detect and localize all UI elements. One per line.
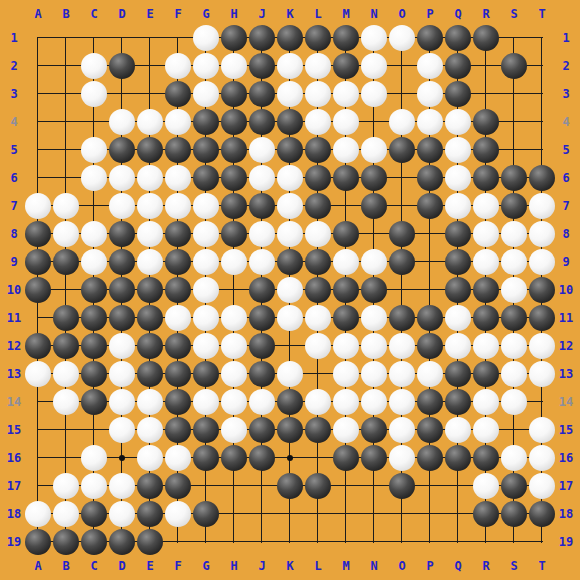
- intersection-T4[interactable]: [528, 108, 556, 136]
- intersection-R18[interactable]: [472, 500, 500, 528]
- intersection-Q17[interactable]: [444, 472, 472, 500]
- intersection-S4[interactable]: [500, 108, 528, 136]
- intersection-C12[interactable]: [80, 332, 108, 360]
- intersection-C14[interactable]: [80, 388, 108, 416]
- intersection-R14[interactable]: [472, 388, 500, 416]
- intersection-L4[interactable]: [304, 108, 332, 136]
- intersection-Q9[interactable]: [444, 248, 472, 276]
- intersection-J12[interactable]: [248, 332, 276, 360]
- intersection-T15[interactable]: [528, 416, 556, 444]
- intersection-O16[interactable]: [388, 444, 416, 472]
- intersection-B18[interactable]: [52, 500, 80, 528]
- intersection-N7[interactable]: [360, 192, 388, 220]
- intersection-L17[interactable]: [304, 472, 332, 500]
- intersection-S3[interactable]: [500, 80, 528, 108]
- intersection-P8[interactable]: [416, 220, 444, 248]
- intersection-G19[interactable]: [192, 528, 220, 556]
- intersection-M10[interactable]: [332, 276, 360, 304]
- intersection-G6[interactable]: [192, 164, 220, 192]
- intersection-M5[interactable]: [332, 136, 360, 164]
- intersection-F18[interactable]: [164, 500, 192, 528]
- intersection-N17[interactable]: [360, 472, 388, 500]
- intersection-H19[interactable]: [220, 528, 248, 556]
- intersection-R16[interactable]: [472, 444, 500, 472]
- intersection-O19[interactable]: [388, 528, 416, 556]
- intersection-R5[interactable]: [472, 136, 500, 164]
- intersection-D16[interactable]: [108, 444, 136, 472]
- intersection-M18[interactable]: [332, 500, 360, 528]
- intersection-K4[interactable]: [276, 108, 304, 136]
- intersection-O5[interactable]: [388, 136, 416, 164]
- intersection-T14[interactable]: [528, 388, 556, 416]
- intersection-E9[interactable]: [136, 248, 164, 276]
- intersection-R17[interactable]: [472, 472, 500, 500]
- intersection-K19[interactable]: [276, 528, 304, 556]
- intersection-O14[interactable]: [388, 388, 416, 416]
- intersection-G17[interactable]: [192, 472, 220, 500]
- intersection-E5[interactable]: [136, 136, 164, 164]
- intersection-R10[interactable]: [472, 276, 500, 304]
- intersection-L10[interactable]: [304, 276, 332, 304]
- intersection-G9[interactable]: [192, 248, 220, 276]
- intersection-L12[interactable]: [304, 332, 332, 360]
- intersection-A11[interactable]: [24, 304, 52, 332]
- intersection-L5[interactable]: [304, 136, 332, 164]
- intersection-G12[interactable]: [192, 332, 220, 360]
- intersection-P18[interactable]: [416, 500, 444, 528]
- intersection-B3[interactable]: [52, 80, 80, 108]
- intersection-R15[interactable]: [472, 416, 500, 444]
- intersection-A19[interactable]: [24, 528, 52, 556]
- intersection-R3[interactable]: [472, 80, 500, 108]
- intersection-A6[interactable]: [24, 164, 52, 192]
- intersection-T12[interactable]: [528, 332, 556, 360]
- intersection-L6[interactable]: [304, 164, 332, 192]
- intersection-N12[interactable]: [360, 332, 388, 360]
- intersection-B4[interactable]: [52, 108, 80, 136]
- intersection-O17[interactable]: [388, 472, 416, 500]
- intersection-C1[interactable]: [80, 24, 108, 52]
- intersection-A13[interactable]: [24, 360, 52, 388]
- intersection-S11[interactable]: [500, 304, 528, 332]
- intersection-O11[interactable]: [388, 304, 416, 332]
- intersection-B17[interactable]: [52, 472, 80, 500]
- intersection-N10[interactable]: [360, 276, 388, 304]
- intersection-Q12[interactable]: [444, 332, 472, 360]
- intersection-A14[interactable]: [24, 388, 52, 416]
- intersection-E8[interactable]: [136, 220, 164, 248]
- intersection-E17[interactable]: [136, 472, 164, 500]
- intersection-B7[interactable]: [52, 192, 80, 220]
- intersection-O2[interactable]: [388, 52, 416, 80]
- intersection-R12[interactable]: [472, 332, 500, 360]
- intersection-T11[interactable]: [528, 304, 556, 332]
- intersection-J10[interactable]: [248, 276, 276, 304]
- intersection-F17[interactable]: [164, 472, 192, 500]
- intersection-F13[interactable]: [164, 360, 192, 388]
- intersection-E2[interactable]: [136, 52, 164, 80]
- intersection-P4[interactable]: [416, 108, 444, 136]
- intersection-S15[interactable]: [500, 416, 528, 444]
- intersection-D4[interactable]: [108, 108, 136, 136]
- intersection-K17[interactable]: [276, 472, 304, 500]
- intersection-D18[interactable]: [108, 500, 136, 528]
- intersection-K1[interactable]: [276, 24, 304, 52]
- intersection-L7[interactable]: [304, 192, 332, 220]
- intersection-D5[interactable]: [108, 136, 136, 164]
- intersection-Q2[interactable]: [444, 52, 472, 80]
- intersection-L15[interactable]: [304, 416, 332, 444]
- intersection-F10[interactable]: [164, 276, 192, 304]
- intersection-F11[interactable]: [164, 304, 192, 332]
- intersection-Q8[interactable]: [444, 220, 472, 248]
- intersection-P12[interactable]: [416, 332, 444, 360]
- intersection-N11[interactable]: [360, 304, 388, 332]
- intersection-H12[interactable]: [220, 332, 248, 360]
- intersection-K16[interactable]: [276, 444, 304, 472]
- intersection-T6[interactable]: [528, 164, 556, 192]
- intersection-T2[interactable]: [528, 52, 556, 80]
- intersection-J5[interactable]: [248, 136, 276, 164]
- intersection-Q13[interactable]: [444, 360, 472, 388]
- intersection-T9[interactable]: [528, 248, 556, 276]
- intersection-H14[interactable]: [220, 388, 248, 416]
- intersection-R11[interactable]: [472, 304, 500, 332]
- intersection-P3[interactable]: [416, 80, 444, 108]
- intersection-H7[interactable]: [220, 192, 248, 220]
- intersection-K18[interactable]: [276, 500, 304, 528]
- intersection-J19[interactable]: [248, 528, 276, 556]
- intersection-M8[interactable]: [332, 220, 360, 248]
- intersection-O4[interactable]: [388, 108, 416, 136]
- intersection-D7[interactable]: [108, 192, 136, 220]
- intersection-D8[interactable]: [108, 220, 136, 248]
- intersection-N16[interactable]: [360, 444, 388, 472]
- intersection-F8[interactable]: [164, 220, 192, 248]
- intersection-B1[interactable]: [52, 24, 80, 52]
- intersection-F4[interactable]: [164, 108, 192, 136]
- intersection-L1[interactable]: [304, 24, 332, 52]
- intersection-D12[interactable]: [108, 332, 136, 360]
- intersection-C4[interactable]: [80, 108, 108, 136]
- intersection-T1[interactable]: [528, 24, 556, 52]
- intersection-R9[interactable]: [472, 248, 500, 276]
- intersection-O6[interactable]: [388, 164, 416, 192]
- intersection-E6[interactable]: [136, 164, 164, 192]
- intersection-J2[interactable]: [248, 52, 276, 80]
- intersection-O15[interactable]: [388, 416, 416, 444]
- intersection-A15[interactable]: [24, 416, 52, 444]
- intersection-F14[interactable]: [164, 388, 192, 416]
- intersection-B13[interactable]: [52, 360, 80, 388]
- intersection-H15[interactable]: [220, 416, 248, 444]
- intersection-P16[interactable]: [416, 444, 444, 472]
- intersection-A17[interactable]: [24, 472, 52, 500]
- intersection-P19[interactable]: [416, 528, 444, 556]
- intersection-L18[interactable]: [304, 500, 332, 528]
- intersection-C13[interactable]: [80, 360, 108, 388]
- intersection-L3[interactable]: [304, 80, 332, 108]
- intersection-D13[interactable]: [108, 360, 136, 388]
- intersection-N14[interactable]: [360, 388, 388, 416]
- intersection-Q1[interactable]: [444, 24, 472, 52]
- intersection-C3[interactable]: [80, 80, 108, 108]
- intersection-G1[interactable]: [192, 24, 220, 52]
- intersection-T18[interactable]: [528, 500, 556, 528]
- intersection-E4[interactable]: [136, 108, 164, 136]
- intersection-A8[interactable]: [24, 220, 52, 248]
- intersection-S17[interactable]: [500, 472, 528, 500]
- intersection-Q14[interactable]: [444, 388, 472, 416]
- intersection-M14[interactable]: [332, 388, 360, 416]
- intersection-T19[interactable]: [528, 528, 556, 556]
- intersection-G7[interactable]: [192, 192, 220, 220]
- intersection-O10[interactable]: [388, 276, 416, 304]
- intersection-B2[interactable]: [52, 52, 80, 80]
- intersection-A12[interactable]: [24, 332, 52, 360]
- intersection-O1[interactable]: [388, 24, 416, 52]
- intersection-M7[interactable]: [332, 192, 360, 220]
- intersection-C7[interactable]: [80, 192, 108, 220]
- intersection-B5[interactable]: [52, 136, 80, 164]
- intersection-G16[interactable]: [192, 444, 220, 472]
- intersection-R6[interactable]: [472, 164, 500, 192]
- intersection-R7[interactable]: [472, 192, 500, 220]
- intersection-K15[interactable]: [276, 416, 304, 444]
- intersection-H10[interactable]: [220, 276, 248, 304]
- intersection-H5[interactable]: [220, 136, 248, 164]
- intersection-C18[interactable]: [80, 500, 108, 528]
- intersection-G13[interactable]: [192, 360, 220, 388]
- intersection-E15[interactable]: [136, 416, 164, 444]
- intersection-K10[interactable]: [276, 276, 304, 304]
- intersection-N15[interactable]: [360, 416, 388, 444]
- intersection-R2[interactable]: [472, 52, 500, 80]
- intersection-Q19[interactable]: [444, 528, 472, 556]
- intersection-L9[interactable]: [304, 248, 332, 276]
- intersection-N5[interactable]: [360, 136, 388, 164]
- intersection-F6[interactable]: [164, 164, 192, 192]
- intersection-S14[interactable]: [500, 388, 528, 416]
- intersection-L13[interactable]: [304, 360, 332, 388]
- intersection-M15[interactable]: [332, 416, 360, 444]
- intersection-C8[interactable]: [80, 220, 108, 248]
- intersection-T16[interactable]: [528, 444, 556, 472]
- intersection-J14[interactable]: [248, 388, 276, 416]
- intersection-E10[interactable]: [136, 276, 164, 304]
- intersection-R19[interactable]: [472, 528, 500, 556]
- intersection-T7[interactable]: [528, 192, 556, 220]
- intersection-G3[interactable]: [192, 80, 220, 108]
- intersection-F5[interactable]: [164, 136, 192, 164]
- intersection-B16[interactable]: [52, 444, 80, 472]
- intersection-R1[interactable]: [472, 24, 500, 52]
- intersection-M16[interactable]: [332, 444, 360, 472]
- intersection-O13[interactable]: [388, 360, 416, 388]
- intersection-B14[interactable]: [52, 388, 80, 416]
- intersection-E7[interactable]: [136, 192, 164, 220]
- intersection-F16[interactable]: [164, 444, 192, 472]
- intersection-C6[interactable]: [80, 164, 108, 192]
- intersection-G2[interactable]: [192, 52, 220, 80]
- intersection-M9[interactable]: [332, 248, 360, 276]
- intersection-P5[interactable]: [416, 136, 444, 164]
- intersection-S1[interactable]: [500, 24, 528, 52]
- intersection-A10[interactable]: [24, 276, 52, 304]
- intersection-G5[interactable]: [192, 136, 220, 164]
- intersection-J7[interactable]: [248, 192, 276, 220]
- intersection-C19[interactable]: [80, 528, 108, 556]
- intersection-D17[interactable]: [108, 472, 136, 500]
- intersection-A4[interactable]: [24, 108, 52, 136]
- intersection-O18[interactable]: [388, 500, 416, 528]
- intersection-F7[interactable]: [164, 192, 192, 220]
- intersection-J13[interactable]: [248, 360, 276, 388]
- intersection-S2[interactable]: [500, 52, 528, 80]
- intersection-R13[interactable]: [472, 360, 500, 388]
- intersection-M1[interactable]: [332, 24, 360, 52]
- intersection-C16[interactable]: [80, 444, 108, 472]
- intersection-N13[interactable]: [360, 360, 388, 388]
- intersection-H1[interactable]: [220, 24, 248, 52]
- intersection-T8[interactable]: [528, 220, 556, 248]
- intersection-S19[interactable]: [500, 528, 528, 556]
- intersection-N18[interactable]: [360, 500, 388, 528]
- intersection-C15[interactable]: [80, 416, 108, 444]
- intersection-M6[interactable]: [332, 164, 360, 192]
- intersection-G8[interactable]: [192, 220, 220, 248]
- intersection-E1[interactable]: [136, 24, 164, 52]
- intersection-M13[interactable]: [332, 360, 360, 388]
- intersection-K8[interactable]: [276, 220, 304, 248]
- intersection-P10[interactable]: [416, 276, 444, 304]
- intersection-D14[interactable]: [108, 388, 136, 416]
- intersection-L14[interactable]: [304, 388, 332, 416]
- intersection-G15[interactable]: [192, 416, 220, 444]
- intersection-P17[interactable]: [416, 472, 444, 500]
- intersection-O8[interactable]: [388, 220, 416, 248]
- intersection-O9[interactable]: [388, 248, 416, 276]
- intersection-E19[interactable]: [136, 528, 164, 556]
- intersection-J8[interactable]: [248, 220, 276, 248]
- intersection-L16[interactable]: [304, 444, 332, 472]
- intersection-K6[interactable]: [276, 164, 304, 192]
- intersection-O7[interactable]: [388, 192, 416, 220]
- intersection-D19[interactable]: [108, 528, 136, 556]
- intersection-P1[interactable]: [416, 24, 444, 52]
- intersection-F12[interactable]: [164, 332, 192, 360]
- intersection-J18[interactable]: [248, 500, 276, 528]
- intersection-J15[interactable]: [248, 416, 276, 444]
- intersection-L8[interactable]: [304, 220, 332, 248]
- intersection-D3[interactable]: [108, 80, 136, 108]
- intersection-M4[interactable]: [332, 108, 360, 136]
- intersection-P14[interactable]: [416, 388, 444, 416]
- intersection-A16[interactable]: [24, 444, 52, 472]
- intersection-P9[interactable]: [416, 248, 444, 276]
- intersection-B8[interactable]: [52, 220, 80, 248]
- intersection-P15[interactable]: [416, 416, 444, 444]
- intersection-B11[interactable]: [52, 304, 80, 332]
- intersection-Q3[interactable]: [444, 80, 472, 108]
- intersection-H2[interactable]: [220, 52, 248, 80]
- intersection-F3[interactable]: [164, 80, 192, 108]
- intersection-B19[interactable]: [52, 528, 80, 556]
- intersection-R8[interactable]: [472, 220, 500, 248]
- intersection-A5[interactable]: [24, 136, 52, 164]
- intersection-N2[interactable]: [360, 52, 388, 80]
- intersection-Q16[interactable]: [444, 444, 472, 472]
- intersection-O12[interactable]: [388, 332, 416, 360]
- intersection-S7[interactable]: [500, 192, 528, 220]
- intersection-C5[interactable]: [80, 136, 108, 164]
- intersection-K7[interactable]: [276, 192, 304, 220]
- intersection-H17[interactable]: [220, 472, 248, 500]
- intersection-S8[interactable]: [500, 220, 528, 248]
- intersection-K5[interactable]: [276, 136, 304, 164]
- intersection-H8[interactable]: [220, 220, 248, 248]
- intersection-S18[interactable]: [500, 500, 528, 528]
- intersection-K13[interactable]: [276, 360, 304, 388]
- intersection-M11[interactable]: [332, 304, 360, 332]
- intersection-D15[interactable]: [108, 416, 136, 444]
- intersection-H9[interactable]: [220, 248, 248, 276]
- intersection-S13[interactable]: [500, 360, 528, 388]
- intersection-G11[interactable]: [192, 304, 220, 332]
- intersection-J6[interactable]: [248, 164, 276, 192]
- intersection-P11[interactable]: [416, 304, 444, 332]
- intersection-E12[interactable]: [136, 332, 164, 360]
- intersection-P13[interactable]: [416, 360, 444, 388]
- intersection-N9[interactable]: [360, 248, 388, 276]
- intersection-F1[interactable]: [164, 24, 192, 52]
- intersection-S16[interactable]: [500, 444, 528, 472]
- intersection-K9[interactable]: [276, 248, 304, 276]
- intersection-Q18[interactable]: [444, 500, 472, 528]
- intersection-C10[interactable]: [80, 276, 108, 304]
- intersection-D1[interactable]: [108, 24, 136, 52]
- intersection-T13[interactable]: [528, 360, 556, 388]
- intersection-H4[interactable]: [220, 108, 248, 136]
- intersection-B9[interactable]: [52, 248, 80, 276]
- intersection-M17[interactable]: [332, 472, 360, 500]
- intersection-S10[interactable]: [500, 276, 528, 304]
- intersection-N4[interactable]: [360, 108, 388, 136]
- intersection-M3[interactable]: [332, 80, 360, 108]
- intersection-P2[interactable]: [416, 52, 444, 80]
- intersection-D6[interactable]: [108, 164, 136, 192]
- intersection-S12[interactable]: [500, 332, 528, 360]
- intersection-Q4[interactable]: [444, 108, 472, 136]
- intersection-B10[interactable]: [52, 276, 80, 304]
- intersection-F9[interactable]: [164, 248, 192, 276]
- intersection-J4[interactable]: [248, 108, 276, 136]
- intersection-F2[interactable]: [164, 52, 192, 80]
- intersection-S5[interactable]: [500, 136, 528, 164]
- intersection-E16[interactable]: [136, 444, 164, 472]
- intersection-C17[interactable]: [80, 472, 108, 500]
- intersection-J17[interactable]: [248, 472, 276, 500]
- intersection-E13[interactable]: [136, 360, 164, 388]
- intersection-L2[interactable]: [304, 52, 332, 80]
- intersection-C9[interactable]: [80, 248, 108, 276]
- intersection-C11[interactable]: [80, 304, 108, 332]
- intersection-E3[interactable]: [136, 80, 164, 108]
- intersection-F19[interactable]: [164, 528, 192, 556]
- intersection-T5[interactable]: [528, 136, 556, 164]
- intersection-N3[interactable]: [360, 80, 388, 108]
- intersection-G18[interactable]: [192, 500, 220, 528]
